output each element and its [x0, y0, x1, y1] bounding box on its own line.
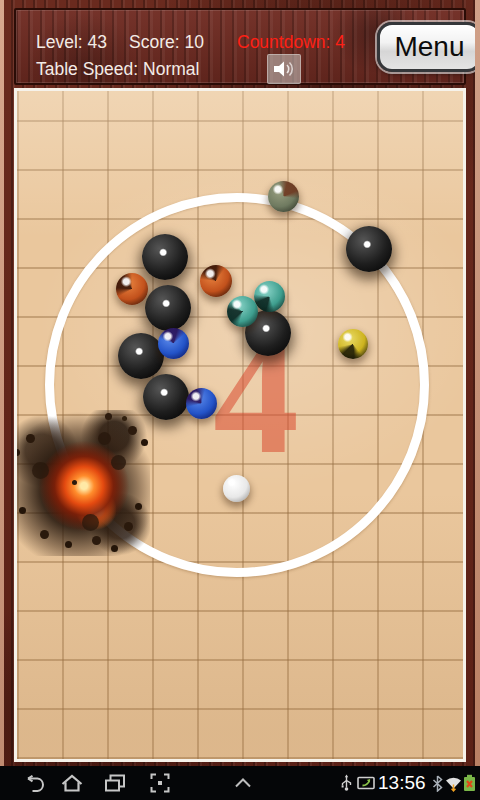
sound-toggle-button[interactable]	[267, 54, 301, 84]
marble-orange[interactable]	[200, 265, 232, 297]
screenshot-icon	[150, 773, 170, 793]
marble-black[interactable]	[143, 374, 189, 420]
chevron-up-icon	[234, 778, 252, 788]
clock: 13:56	[378, 766, 426, 800]
game-header: Level: 43 Score: 10 Countdown: 4 Table S…	[14, 8, 466, 85]
android-nav-bar: 13:56	[0, 766, 480, 800]
marble-black[interactable]	[346, 226, 392, 272]
level-label: Level: 43	[36, 32, 107, 53]
score-label: Score: 10	[129, 32, 204, 53]
back-button[interactable]	[18, 766, 50, 800]
screen-mirroring-icon	[356, 766, 376, 800]
screenshot-button[interactable]	[143, 766, 177, 800]
menu-button-label: Menu	[394, 31, 464, 63]
menu-button[interactable]: Menu	[377, 22, 480, 72]
marble-teal[interactable]	[227, 296, 258, 327]
back-icon	[23, 775, 46, 792]
marble-teal[interactable]	[254, 281, 285, 312]
table-speed-label: Table Speed: Normal	[36, 59, 199, 80]
home-button[interactable]	[55, 766, 89, 800]
recent-apps-button[interactable]	[98, 766, 132, 800]
marble-camo[interactable]	[268, 181, 299, 212]
speaker-icon	[271, 58, 297, 80]
collapse-keyboard-button[interactable]	[228, 766, 258, 800]
marble-blue[interactable]	[186, 388, 217, 419]
marble-yellow[interactable]	[338, 329, 368, 359]
wifi-icon	[444, 766, 462, 800]
countdown-label: Countdown: 4	[237, 32, 345, 53]
marble-table[interactable]: 4	[14, 88, 466, 762]
marble-blue[interactable]	[158, 328, 189, 359]
usb-icon	[338, 766, 354, 800]
explosion-effect	[14, 410, 150, 556]
home-icon	[60, 774, 84, 792]
marble-orange[interactable]	[116, 273, 148, 305]
screen: Level: 43 Score: 10 Countdown: 4 Table S…	[0, 0, 480, 800]
battery-icon	[462, 766, 477, 800]
marble-black[interactable]	[145, 285, 191, 331]
marble-black[interactable]	[142, 234, 188, 280]
recent-apps-icon	[104, 774, 126, 792]
bluetooth-icon	[430, 766, 444, 800]
marble-black[interactable]	[118, 333, 164, 379]
marble-white[interactable]	[223, 475, 250, 502]
